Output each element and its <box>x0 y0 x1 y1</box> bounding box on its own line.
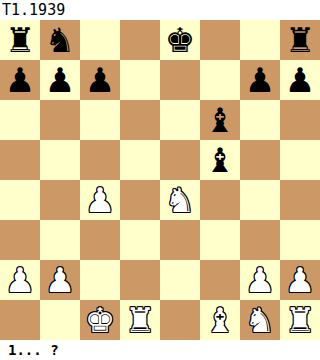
black-pawn: ♟ <box>85 60 115 100</box>
square-d8[interactable] <box>120 20 160 60</box>
square-f7[interactable] <box>200 60 240 100</box>
square-h4[interactable] <box>280 180 320 220</box>
square-e4[interactable]: ♞ <box>160 180 200 220</box>
square-c7[interactable]: ♟ <box>80 60 120 100</box>
white-pawn: ♟ <box>285 260 315 300</box>
square-c8[interactable] <box>80 20 120 60</box>
square-f2[interactable] <box>200 260 240 300</box>
black-pawn: ♟ <box>245 60 275 100</box>
square-a1[interactable] <box>0 300 40 340</box>
square-b4[interactable] <box>40 180 80 220</box>
square-e6[interactable] <box>160 100 200 140</box>
square-a6[interactable] <box>0 100 40 140</box>
square-c2[interactable] <box>80 260 120 300</box>
square-c1[interactable]: ♚ <box>80 300 120 340</box>
square-h5[interactable] <box>280 140 320 180</box>
square-d2[interactable] <box>120 260 160 300</box>
black-rook: ♜ <box>5 20 35 60</box>
square-h3[interactable] <box>280 220 320 260</box>
square-d7[interactable] <box>120 60 160 100</box>
black-king: ♚ <box>165 20 195 60</box>
square-g5[interactable] <box>240 140 280 180</box>
square-f4[interactable] <box>200 180 240 220</box>
square-g3[interactable] <box>240 220 280 260</box>
square-h6[interactable] <box>280 100 320 140</box>
square-g2[interactable]: ♟ <box>240 260 280 300</box>
square-b2[interactable]: ♟ <box>40 260 80 300</box>
square-f8[interactable] <box>200 20 240 60</box>
black-pawn: ♟ <box>45 60 75 100</box>
black-rook: ♜ <box>285 20 315 60</box>
square-g4[interactable] <box>240 180 280 220</box>
square-b7[interactable]: ♟ <box>40 60 80 100</box>
square-b1[interactable] <box>40 300 80 340</box>
square-h7[interactable]: ♟ <box>280 60 320 100</box>
square-a5[interactable] <box>0 140 40 180</box>
white-pawn: ♟ <box>5 260 35 300</box>
square-a4[interactable] <box>0 180 40 220</box>
square-h1[interactable]: ♜ <box>280 300 320 340</box>
square-e5[interactable] <box>160 140 200 180</box>
square-g6[interactable] <box>240 100 280 140</box>
puzzle-title: T1.1939 <box>0 0 320 20</box>
square-h8[interactable]: ♜ <box>280 20 320 60</box>
square-c4[interactable]: ♟ <box>80 180 120 220</box>
square-b8[interactable]: ♞ <box>40 20 80 60</box>
black-bishop: ♝ <box>205 100 235 140</box>
square-a8[interactable]: ♜ <box>0 20 40 60</box>
square-b5[interactable] <box>40 140 80 180</box>
square-e8[interactable]: ♚ <box>160 20 200 60</box>
square-a7[interactable]: ♟ <box>0 60 40 100</box>
square-b3[interactable] <box>40 220 80 260</box>
white-bishop: ♝ <box>205 300 235 340</box>
white-pawn: ♟ <box>45 260 75 300</box>
white-rook: ♜ <box>125 300 155 340</box>
square-d1[interactable]: ♜ <box>120 300 160 340</box>
white-knight: ♞ <box>165 180 195 220</box>
black-bishop: ♝ <box>205 140 235 180</box>
square-b6[interactable] <box>40 100 80 140</box>
square-g8[interactable] <box>240 20 280 60</box>
square-g7[interactable]: ♟ <box>240 60 280 100</box>
square-e1[interactable] <box>160 300 200 340</box>
square-a2[interactable]: ♟ <box>0 260 40 300</box>
square-e7[interactable] <box>160 60 200 100</box>
square-f1[interactable]: ♝ <box>200 300 240 340</box>
square-h2[interactable]: ♟ <box>280 260 320 300</box>
square-c6[interactable] <box>80 100 120 140</box>
black-knight: ♞ <box>45 20 75 60</box>
square-c5[interactable] <box>80 140 120 180</box>
move-prompt: 1... ? <box>0 340 320 360</box>
square-c3[interactable] <box>80 220 120 260</box>
white-king: ♚ <box>85 300 115 340</box>
square-d3[interactable] <box>120 220 160 260</box>
white-pawn: ♟ <box>85 180 115 220</box>
white-knight: ♞ <box>245 300 275 340</box>
black-pawn: ♟ <box>5 60 35 100</box>
square-a3[interactable] <box>0 220 40 260</box>
square-d4[interactable] <box>120 180 160 220</box>
white-pawn: ♟ <box>245 260 275 300</box>
white-rook: ♜ <box>285 300 315 340</box>
square-f5[interactable]: ♝ <box>200 140 240 180</box>
square-e2[interactable] <box>160 260 200 300</box>
square-d6[interactable] <box>120 100 160 140</box>
square-d5[interactable] <box>120 140 160 180</box>
square-f6[interactable]: ♝ <box>200 100 240 140</box>
chess-board: ♜♞♚♜♟♟♟♟♟♝♝♟♞♟♟♟♟♚♜♝♞♜ <box>0 20 320 340</box>
black-pawn: ♟ <box>285 60 315 100</box>
square-g1[interactable]: ♞ <box>240 300 280 340</box>
square-f3[interactable] <box>200 220 240 260</box>
square-e3[interactable] <box>160 220 200 260</box>
